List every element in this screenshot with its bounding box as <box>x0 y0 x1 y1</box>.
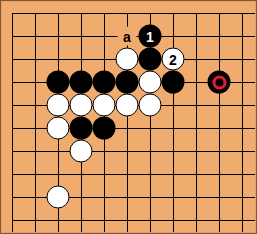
grid-line-vertical <box>173 13 174 232</box>
grid-line-vertical <box>196 13 197 232</box>
black-stone <box>47 71 70 94</box>
black-stone <box>116 71 139 94</box>
white-stone <box>139 94 162 117</box>
white-stone <box>116 48 139 71</box>
go-diagram: 12a <box>0 0 257 234</box>
grid-line-horizontal <box>12 151 255 152</box>
black-stone <box>139 48 162 71</box>
black-stone <box>93 117 116 140</box>
black-stone-move-1: 1 <box>139 25 162 48</box>
black-stone <box>162 71 185 94</box>
grid-line-vertical <box>219 13 220 232</box>
white-stone-move-2: 2 <box>162 48 185 71</box>
circle-marker-icon <box>212 75 226 89</box>
white-stone <box>47 117 70 140</box>
grid-line-horizontal <box>12 174 255 175</box>
black-stone <box>70 117 93 140</box>
marked-black-stone <box>208 71 231 94</box>
black-stone <box>70 71 93 94</box>
white-stone <box>93 94 116 117</box>
go-board: 12a <box>2 2 255 232</box>
white-stone <box>70 140 93 163</box>
point-label-a: a <box>118 27 137 46</box>
grid-line-horizontal <box>12 220 255 221</box>
grid-line-horizontal <box>12 13 255 14</box>
white-stone <box>47 94 70 117</box>
grid-line-vertical <box>127 13 128 232</box>
grid-line-vertical <box>12 13 13 232</box>
white-stone <box>116 94 139 117</box>
grid-line-vertical <box>242 13 243 232</box>
white-stone <box>47 186 70 209</box>
white-stone <box>139 71 162 94</box>
grid-line-vertical <box>35 13 36 232</box>
white-stone <box>70 94 93 117</box>
black-stone <box>93 71 116 94</box>
